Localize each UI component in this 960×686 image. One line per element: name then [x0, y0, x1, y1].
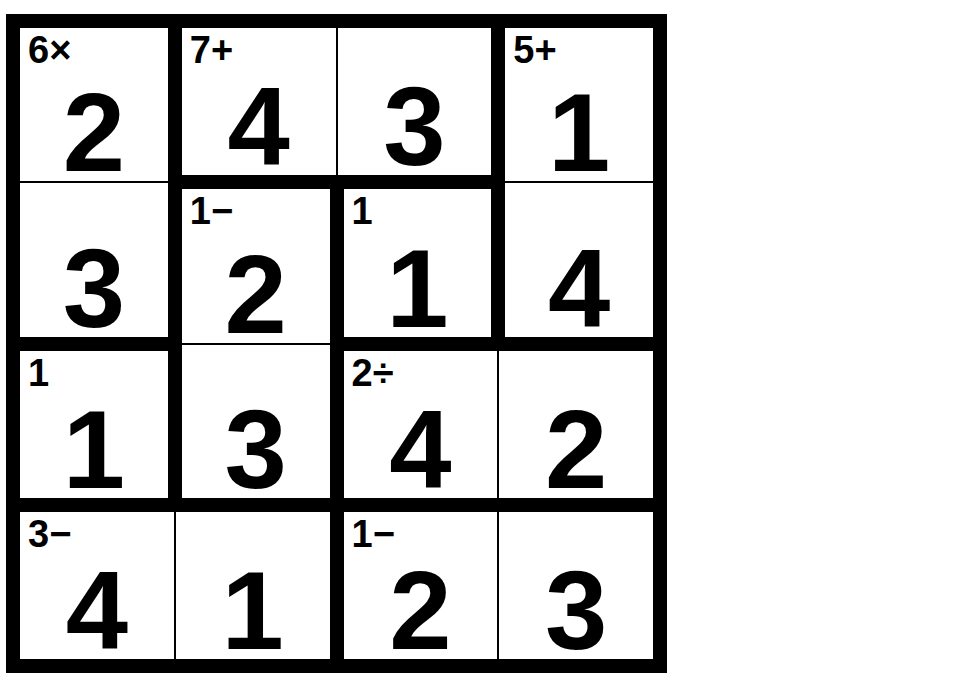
- cell-r3c1[interactable]: 1: [175, 505, 337, 666]
- cell-value: 3: [338, 71, 492, 183]
- cage-clue: 6×: [28, 31, 71, 71]
- cell-value: 2: [344, 555, 498, 667]
- cell-value: 4: [505, 233, 653, 345]
- cage-clue: 1: [28, 354, 49, 394]
- cell-r1c0[interactable]: 3: [13, 182, 175, 343]
- cell-value: 3: [20, 233, 168, 345]
- cage-clue: 1: [352, 192, 373, 232]
- cell-value: 2: [20, 77, 168, 189]
- cage-clue: 5+: [513, 31, 556, 71]
- cage-clue: 2÷: [352, 354, 394, 394]
- cell-r3c0[interactable]: 3−4: [13, 505, 175, 666]
- cell-value: 4: [20, 555, 174, 667]
- cell-r1c3[interactable]: 4: [498, 182, 660, 343]
- cell-value: 3: [182, 394, 330, 506]
- cell-r1c1[interactable]: 1−2: [175, 182, 337, 343]
- cell-r1c2[interactable]: 11: [337, 182, 499, 343]
- cell-value: 4: [182, 71, 336, 183]
- cell-r2c3[interactable]: 2: [498, 344, 660, 505]
- page: { "game": { "name": "KenKen", "type": "c…: [0, 0, 960, 686]
- cell-r2c0[interactable]: 11: [13, 344, 175, 505]
- cell-value: 3: [499, 555, 653, 667]
- cell-r0c0[interactable]: 6×2: [13, 21, 175, 182]
- cell-value: 1: [344, 233, 492, 345]
- cage-clue: 1−: [190, 192, 233, 232]
- cell-r0c2[interactable]: 3: [337, 21, 499, 182]
- cell-r2c2[interactable]: 2÷4: [337, 344, 499, 505]
- cell-value: 1: [176, 555, 330, 667]
- cell-r0c3[interactable]: 5+1: [498, 21, 660, 182]
- kenken-board: 6×27+435+131−21141132÷423−411−23: [6, 14, 667, 673]
- cell-value: 1: [505, 77, 653, 189]
- cell-r3c3[interactable]: 3: [498, 505, 660, 666]
- cell-r3c2[interactable]: 1−2: [337, 505, 499, 666]
- cell-value: 2: [499, 394, 653, 506]
- cell-r2c1[interactable]: 3: [175, 344, 337, 505]
- cell-r0c1[interactable]: 7+4: [175, 21, 337, 182]
- cell-value: 1: [20, 394, 168, 506]
- cell-value: 4: [344, 394, 498, 506]
- cell-value: 2: [182, 239, 330, 351]
- cage-clue: 3−: [28, 515, 71, 555]
